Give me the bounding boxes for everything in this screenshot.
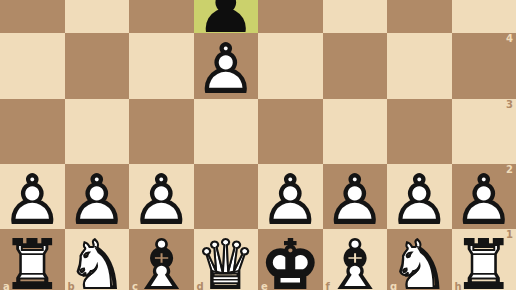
square-g3[interactable] (387, 99, 452, 164)
square-d5[interactable]: ♟ (194, 0, 259, 33)
square-f4[interactable] (323, 33, 388, 98)
white-pawn[interactable]: ♟♙ (323, 168, 388, 233)
rank-label-2: 2 (506, 165, 513, 175)
square-e4[interactable] (258, 33, 323, 98)
square-e1[interactable]: ♚♔e (258, 229, 323, 290)
square-e2[interactable]: ♟♙ (258, 164, 323, 229)
chess-board: ♟♟♙43♟♙♟♙♟♙♟♙♟♙♟♙♟♙2♜♖a♞♘b♝♗c♛♕d♚♔e♝♗f♞♘… (0, 0, 516, 290)
white-pawn[interactable]: ♟♙ (258, 168, 323, 233)
white-pawn-outline-glyph: ♙ (323, 168, 388, 233)
white-bishop-outline-glyph: ♗ (323, 233, 388, 290)
square-b5[interactable] (65, 0, 130, 33)
square-e5[interactable] (258, 0, 323, 33)
square-d3[interactable] (194, 99, 259, 164)
square-h1[interactable]: ♜♖h1 (452, 229, 516, 290)
square-a2[interactable]: ♟♙ (0, 164, 65, 229)
white-pawn[interactable]: ♟♙ (129, 168, 194, 233)
white-bishop-outline-glyph: ♗ (129, 233, 194, 290)
white-pawn[interactable]: ♟♙ (0, 168, 65, 233)
square-h4[interactable]: 4 (452, 33, 516, 98)
square-c1[interactable]: ♝♗c (129, 229, 194, 290)
white-pawn-outline-glyph: ♙ (194, 37, 259, 102)
square-a3[interactable] (0, 99, 65, 164)
rank-label-3: 3 (506, 100, 513, 110)
file-label-e: e (261, 282, 268, 290)
square-g4[interactable] (387, 33, 452, 98)
square-h5[interactable] (452, 0, 516, 33)
square-c3[interactable] (129, 99, 194, 164)
square-b2[interactable]: ♟♙ (65, 164, 130, 229)
file-label-h: h (455, 282, 462, 290)
square-f2[interactable]: ♟♙ (323, 164, 388, 229)
square-d2[interactable] (194, 164, 259, 229)
square-h2[interactable]: ♟♙2 (452, 164, 516, 229)
white-pawn[interactable]: ♟♙ (387, 168, 452, 233)
square-b3[interactable] (65, 99, 130, 164)
square-g2[interactable]: ♟♙ (387, 164, 452, 229)
file-label-a: a (3, 282, 10, 290)
file-label-f: f (326, 282, 330, 290)
square-b1[interactable]: ♞♘b (65, 229, 130, 290)
square-a5[interactable] (0, 0, 65, 33)
square-g5[interactable] (387, 0, 452, 33)
white-pawn-outline-glyph: ♙ (129, 168, 194, 233)
square-e3[interactable] (258, 99, 323, 164)
square-h3[interactable]: 3 (452, 99, 516, 164)
square-c4[interactable] (129, 33, 194, 98)
square-c2[interactable]: ♟♙ (129, 164, 194, 229)
white-bishop[interactable]: ♝♗ (129, 233, 194, 290)
white-pawn-outline-glyph: ♙ (452, 168, 516, 233)
white-pawn[interactable]: ♟♙ (65, 168, 130, 233)
square-d1[interactable]: ♛♕d (194, 229, 259, 290)
white-pawn-outline-glyph: ♙ (65, 168, 130, 233)
rank-label-1: 1 (506, 230, 513, 240)
white-pawn-outline-glyph: ♙ (258, 168, 323, 233)
square-a1[interactable]: ♜♖a (0, 229, 65, 290)
rank-label-4: 4 (506, 34, 513, 44)
square-f3[interactable] (323, 99, 388, 164)
file-label-c: c (132, 282, 138, 290)
square-b4[interactable] (65, 33, 130, 98)
square-d4[interactable]: ♟♙ (194, 33, 259, 98)
square-f5[interactable] (323, 0, 388, 33)
white-pawn[interactable]: ♟♙ (452, 168, 516, 233)
file-label-d: d (197, 282, 204, 290)
square-f1[interactable]: ♝♗f (323, 229, 388, 290)
white-pawn-outline-glyph: ♙ (0, 168, 65, 233)
square-a4[interactable] (0, 33, 65, 98)
square-c5[interactable] (129, 0, 194, 33)
white-pawn[interactable]: ♟♙ (194, 37, 259, 102)
board-viewport: ♟♟♙43♟♙♟♙♟♙♟♙♟♙♟♙♟♙2♜♖a♞♘b♝♗c♛♕d♚♔e♝♗f♞♘… (0, 0, 516, 290)
white-pawn-outline-glyph: ♙ (387, 168, 452, 233)
file-label-g: g (390, 282, 397, 290)
square-g1[interactable]: ♞♘g (387, 229, 452, 290)
white-bishop[interactable]: ♝♗ (323, 233, 388, 290)
file-label-b: b (68, 282, 75, 290)
